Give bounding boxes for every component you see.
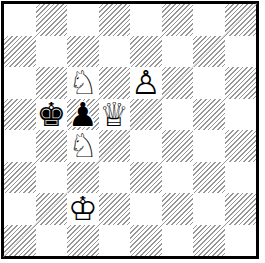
square-a4: [4, 130, 36, 162]
square-f1: [162, 225, 194, 257]
square-a5: [4, 99, 36, 131]
square-h2: [225, 193, 257, 225]
square-g7: [193, 36, 225, 68]
square-e4: [130, 130, 162, 162]
square-d1: [99, 225, 131, 257]
square-e5: [130, 99, 162, 131]
square-a2: [4, 193, 36, 225]
square-g2: [193, 193, 225, 225]
square-d8: [99, 4, 131, 36]
square-d5: ♕: [99, 99, 131, 131]
square-b1: [36, 225, 68, 257]
square-e3: [130, 162, 162, 194]
square-e1: [130, 225, 162, 257]
square-b8: [36, 4, 68, 36]
piece-white-pawn: ♙: [131, 67, 161, 99]
square-c4: ♘: [67, 130, 99, 162]
board-frame: ♘♙♚♟♕♘♔: [1, 1, 259, 259]
square-f2: [162, 193, 194, 225]
square-f8: [162, 4, 194, 36]
square-f5: [162, 99, 194, 131]
square-b3: [36, 162, 68, 194]
piece-black-king: ♚: [36, 99, 66, 131]
square-c1: [67, 225, 99, 257]
chess-board: ♘♙♚♟♕♘♔: [4, 4, 256, 256]
square-b5: ♚: [36, 99, 68, 131]
square-g6: [193, 67, 225, 99]
square-a6: [4, 67, 36, 99]
square-h7: [225, 36, 257, 68]
square-h4: [225, 130, 257, 162]
square-g8: [193, 4, 225, 36]
square-d3: [99, 162, 131, 194]
square-b7: [36, 36, 68, 68]
piece-white-king: ♔: [68, 193, 98, 225]
square-g5: [193, 99, 225, 131]
square-h1: [225, 225, 257, 257]
square-h3: [225, 162, 257, 194]
chess-diagram: ♘♙♚♟♕♘♔: [0, 0, 265, 263]
square-e2: [130, 193, 162, 225]
piece-white-queen: ♕: [99, 99, 129, 131]
square-a1: [4, 225, 36, 257]
square-g4: [193, 130, 225, 162]
square-a7: [4, 36, 36, 68]
square-b4: [36, 130, 68, 162]
square-b6: [36, 67, 68, 99]
square-g3: [193, 162, 225, 194]
square-a3: [4, 162, 36, 194]
square-h6: [225, 67, 257, 99]
square-d6: [99, 67, 131, 99]
square-g1: [193, 225, 225, 257]
square-h5: [225, 99, 257, 131]
square-f3: [162, 162, 194, 194]
square-c2: ♔: [67, 193, 99, 225]
piece-white-knight: ♘: [68, 130, 98, 162]
square-c6: ♘: [67, 67, 99, 99]
square-f6: [162, 67, 194, 99]
square-c8: [67, 4, 99, 36]
square-f7: [162, 36, 194, 68]
square-a8: [4, 4, 36, 36]
piece-white-knight: ♘: [68, 67, 98, 99]
square-e8: [130, 4, 162, 36]
square-e6: ♙: [130, 67, 162, 99]
square-f4: [162, 130, 194, 162]
square-d4: [99, 130, 131, 162]
square-d2: [99, 193, 131, 225]
square-h8: [225, 4, 257, 36]
square-d7: [99, 36, 131, 68]
square-b2: [36, 193, 68, 225]
